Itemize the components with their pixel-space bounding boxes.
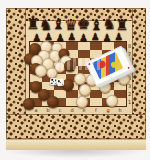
- chess-pawn-6[interactable]: ♟: [103, 32, 112, 43]
- chess-pawn-5[interactable]: ♟: [91, 31, 100, 42]
- checker-dark[interactable]: [23, 98, 35, 110]
- product-photo: abcdefgh 87654321 ♜♞♝♛♚♝♞♜♟♟♟♟♟♟♟♟: [0, 0, 150, 160]
- checker-light[interactable]: [79, 84, 91, 96]
- watermark: [55, 58, 101, 70]
- die-pip: [54, 82, 56, 84]
- chess-piece-back-4[interactable]: ♚: [77, 15, 90, 33]
- die-pip: [61, 83, 63, 85]
- box-front-edge: [6, 139, 146, 150]
- ornate-border-bottom: [6, 114, 146, 139]
- square-e7[interactable]: [78, 50, 90, 58]
- checker-light[interactable]: [35, 65, 47, 77]
- die-pip: [51, 78, 53, 80]
- chess-pawn-3[interactable]: ♟: [68, 31, 77, 42]
- chess-pawn-1[interactable]: ♟: [44, 31, 53, 42]
- rank-label-1: 1: [126, 98, 133, 106]
- checker-light[interactable]: [76, 96, 88, 108]
- chess-pawn-2[interactable]: ♟: [56, 32, 65, 43]
- die-pip: [54, 79, 56, 81]
- file-label-d: d: [66, 106, 78, 114]
- die-pip: [57, 80, 59, 82]
- square-f8[interactable]: [90, 42, 102, 50]
- square-f1[interactable]: [90, 98, 102, 106]
- file-label-g: g: [102, 106, 114, 114]
- rank-label-8: 8: [126, 42, 133, 50]
- checker-light[interactable]: [106, 95, 118, 107]
- chess-pawn-4[interactable]: ♟: [79, 32, 88, 43]
- die-2[interactable]: [56, 78, 64, 86]
- rank-label-2: 2: [126, 90, 133, 98]
- chess-piece-back-2[interactable]: ♝: [52, 15, 65, 33]
- square-d2[interactable]: [66, 90, 78, 98]
- square-e8[interactable]: [78, 42, 90, 50]
- file-label-f: f: [90, 106, 102, 114]
- checker-dark[interactable]: [47, 96, 59, 108]
- square-d8[interactable]: [66, 42, 78, 50]
- die-pip: [50, 82, 52, 84]
- die-1[interactable]: [49, 77, 57, 85]
- chess-pawn-0[interactable]: ♟: [33, 32, 42, 43]
- file-label-h: h: [114, 106, 126, 114]
- die-pip: [59, 81, 61, 83]
- chess-piece-back-0[interactable]: ♜: [26, 15, 39, 33]
- chess-pawn-7[interactable]: ♟: [114, 31, 123, 42]
- die-pip: [52, 80, 54, 82]
